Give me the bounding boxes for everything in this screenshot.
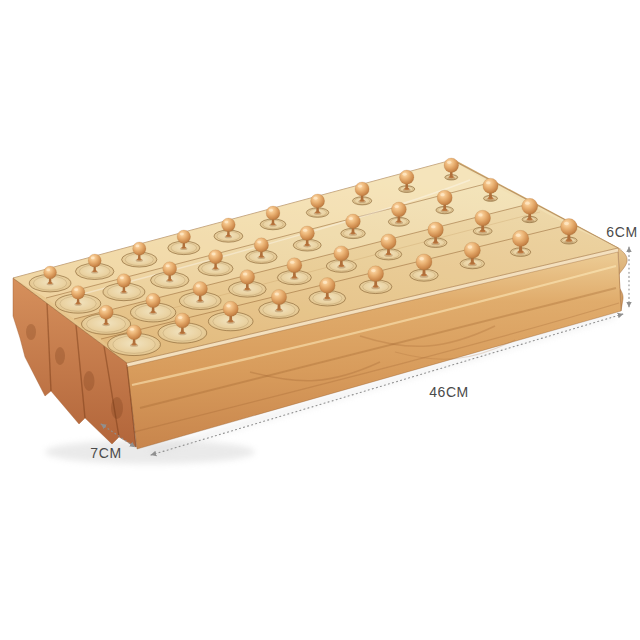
knob-highlight bbox=[46, 269, 50, 272]
knob-highlight bbox=[440, 193, 444, 196]
knob-sphere bbox=[355, 182, 369, 196]
knob-sphere bbox=[444, 158, 459, 173]
knob-highlight bbox=[323, 281, 328, 284]
knob-highlight bbox=[102, 308, 106, 311]
knob-sphere bbox=[177, 230, 190, 243]
knob-highlight bbox=[211, 253, 215, 256]
knob-highlight bbox=[120, 276, 124, 279]
knob-sphere bbox=[561, 219, 578, 236]
height-label: 6CM bbox=[606, 224, 637, 240]
knob-sphere bbox=[71, 286, 85, 300]
knob-highlight bbox=[468, 245, 473, 248]
knob-highlight bbox=[243, 273, 247, 276]
knob-highlight bbox=[419, 257, 424, 260]
depth-label: 7CM bbox=[90, 445, 121, 461]
knob-highlight bbox=[74, 288, 78, 291]
knob-highlight bbox=[478, 213, 483, 216]
knob-sphere bbox=[146, 293, 160, 307]
knob-sphere bbox=[133, 242, 146, 255]
knob-sphere bbox=[319, 278, 335, 294]
cylinder-blocks-scene: 6CM 46CM 7CM bbox=[0, 0, 640, 640]
knob-highlight bbox=[402, 173, 406, 176]
knob-sphere bbox=[483, 178, 498, 193]
length-label: 46CM bbox=[429, 384, 469, 400]
knob-highlight bbox=[180, 233, 184, 236]
knob-highlight bbox=[516, 234, 521, 237]
knob-sphere bbox=[240, 270, 255, 285]
knob-sphere bbox=[163, 262, 177, 276]
knob-highlight bbox=[303, 229, 307, 232]
knob-highlight bbox=[257, 241, 261, 244]
knob-sphere bbox=[416, 254, 432, 270]
knob-highlight bbox=[178, 316, 182, 319]
knob-sphere bbox=[300, 226, 315, 241]
knob-sphere bbox=[512, 230, 528, 246]
product-photo: 6CM 46CM 7CM bbox=[0, 0, 640, 640]
knob-sphere bbox=[437, 190, 452, 205]
knob-sphere bbox=[271, 289, 286, 304]
knob-highlight bbox=[525, 201, 530, 204]
knob-sphere bbox=[99, 305, 113, 319]
knob-sphere bbox=[522, 198, 538, 214]
knob-highlight bbox=[91, 257, 95, 260]
knob-sphere bbox=[381, 234, 396, 249]
knob-sphere bbox=[391, 202, 406, 217]
knob-highlight bbox=[337, 249, 341, 252]
knob-highlight bbox=[274, 292, 279, 295]
knob-sphere bbox=[400, 170, 414, 184]
knob-highlight bbox=[166, 264, 170, 267]
knob-highlight bbox=[196, 284, 200, 287]
knob-highlight bbox=[226, 304, 230, 307]
knob-sphere bbox=[428, 222, 444, 238]
knob-highlight bbox=[290, 261, 294, 264]
knob-highlight bbox=[447, 161, 451, 164]
knob-sphere bbox=[346, 214, 361, 229]
knob-highlight bbox=[135, 245, 139, 248]
knob-sphere bbox=[475, 210, 491, 226]
knob-highlight bbox=[224, 221, 228, 224]
knob-sphere bbox=[209, 250, 223, 264]
knob-sphere bbox=[117, 274, 131, 288]
knob-sphere bbox=[127, 325, 142, 340]
knob-sphere bbox=[44, 266, 57, 279]
knob-sphere bbox=[368, 266, 384, 282]
knob-sphere bbox=[222, 218, 236, 232]
knob-sphere bbox=[311, 194, 325, 208]
knob-sphere bbox=[266, 206, 280, 220]
knob-highlight bbox=[486, 181, 490, 184]
knob-highlight bbox=[313, 197, 317, 200]
knob-highlight bbox=[358, 185, 362, 188]
knob-sphere bbox=[88, 254, 101, 267]
knob-sphere bbox=[254, 238, 268, 252]
knob-sphere bbox=[175, 313, 190, 328]
knob-highlight bbox=[384, 237, 389, 240]
knob-sphere bbox=[464, 242, 480, 258]
knob-highlight bbox=[269, 209, 273, 212]
knob-highlight bbox=[431, 225, 436, 228]
knob-highlight bbox=[130, 328, 134, 331]
knob-highlight bbox=[564, 222, 569, 225]
knob-highlight bbox=[349, 217, 353, 220]
knob-highlight bbox=[149, 296, 153, 299]
knob-sphere bbox=[334, 246, 349, 261]
knob-highlight bbox=[395, 205, 399, 208]
knob-sphere bbox=[223, 301, 238, 316]
knob-highlight bbox=[371, 269, 376, 272]
knob-sphere bbox=[193, 282, 208, 297]
knob-sphere bbox=[287, 258, 302, 273]
